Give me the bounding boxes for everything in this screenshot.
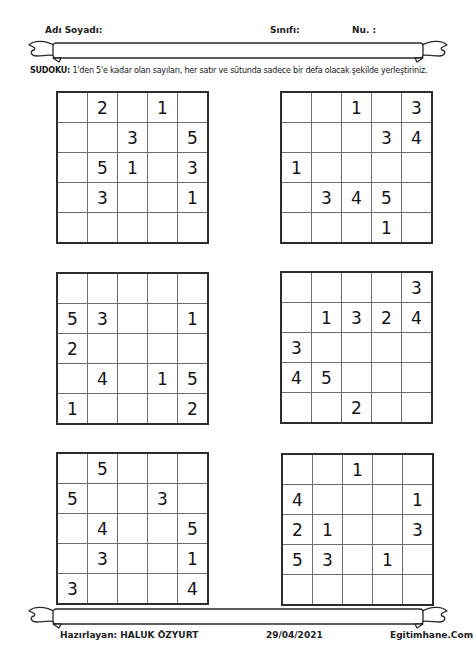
sudoku-cell-r2c2: 3 bbox=[88, 304, 117, 333]
sudoku-cell-r3c1[interactable] bbox=[58, 153, 87, 182]
sudoku-cell-r4c5[interactable] bbox=[402, 363, 431, 392]
sudoku-cell-r2c2[interactable] bbox=[88, 484, 117, 513]
sudoku-cell-r5c3[interactable] bbox=[342, 213, 371, 242]
sudoku-cell-r3c3[interactable] bbox=[342, 153, 371, 182]
sudoku-cell-r4c5[interactable] bbox=[403, 545, 432, 574]
sudoku-cell-r1c2[interactable] bbox=[313, 455, 342, 484]
sudoku-cell-r5c5[interactable] bbox=[403, 575, 432, 604]
sudoku-cell-r5c2[interactable] bbox=[312, 213, 341, 242]
sudoku-cell-r4c1[interactable] bbox=[282, 183, 311, 212]
sudoku-cell-r2c4: 3 bbox=[372, 123, 401, 152]
sudoku-cell-r3c1: 2 bbox=[283, 515, 312, 544]
sudoku-cell-r2c1[interactable] bbox=[282, 123, 311, 152]
sudoku-cell-r3c2[interactable] bbox=[312, 153, 341, 182]
sudoku-cell-r5c5[interactable] bbox=[402, 393, 431, 422]
sudoku-grid-5: 553453134 bbox=[56, 452, 209, 605]
sudoku-cell-r4c1: 4 bbox=[282, 363, 311, 392]
sudoku-cell-r4c4[interactable] bbox=[148, 183, 177, 212]
sudoku-cell-r2c4[interactable] bbox=[148, 123, 177, 152]
sudoku-cell-r1c2: 5 bbox=[88, 454, 117, 483]
sudoku-cell-r4c3[interactable] bbox=[118, 364, 147, 393]
sudoku-cell-r5c2[interactable] bbox=[88, 574, 117, 603]
sudoku-cell-r5c1: 3 bbox=[58, 574, 87, 603]
sudoku-cell-r1c5: 3 bbox=[402, 273, 431, 302]
sudoku-cell-r1c2[interactable] bbox=[312, 273, 341, 302]
sudoku-cell-r5c2[interactable] bbox=[313, 575, 342, 604]
sudoku-cell-r4c3[interactable] bbox=[343, 545, 372, 574]
sudoku-cell-r3c2: 4 bbox=[88, 514, 117, 543]
sudoku-cell-r1c2[interactable] bbox=[312, 93, 341, 122]
sudoku-cell-r1c5[interactable] bbox=[178, 454, 207, 483]
sudoku-cell-r3c3[interactable] bbox=[118, 514, 147, 543]
header-name-label: Adı Soyadı: bbox=[45, 25, 102, 35]
sudoku-cell-r2c2[interactable] bbox=[88, 123, 117, 152]
footer-date: 29/04/2021 bbox=[266, 630, 323, 640]
sudoku-cell-r3c1: 3 bbox=[282, 333, 311, 362]
sudoku-cell-r3c1[interactable] bbox=[58, 514, 87, 543]
sudoku-cell-r2c4: 2 bbox=[372, 303, 401, 332]
sudoku-cell-r1c3[interactable] bbox=[118, 274, 147, 303]
sudoku-cell-r2c1: 5 bbox=[58, 484, 87, 513]
sudoku-cell-r2c2: 1 bbox=[312, 303, 341, 332]
sudoku-cell-r1c3[interactable] bbox=[118, 93, 147, 122]
sudoku-cell-r1c1[interactable] bbox=[282, 273, 311, 302]
sudoku-cell-r1c1[interactable] bbox=[58, 454, 87, 483]
sudoku-cell-r4c5: 1 bbox=[178, 183, 207, 212]
sudoku-cell-r1c1[interactable] bbox=[58, 93, 87, 122]
sudoku-cell-r4c2: 3 bbox=[88, 183, 117, 212]
sudoku-cell-r3c5[interactable] bbox=[402, 153, 431, 182]
sudoku-cell-r3c4[interactable] bbox=[148, 514, 177, 543]
sudoku-cell-r4c1[interactable] bbox=[58, 183, 87, 212]
sudoku-cell-r3c5[interactable] bbox=[178, 334, 207, 363]
sudoku-cell-r2c1[interactable] bbox=[282, 303, 311, 332]
sudoku-cell-r3c5: 3 bbox=[178, 153, 207, 182]
worksheet-page: Adı Soyadı: Sınıfı: Nu. : SUDOKU: 1'den … bbox=[0, 0, 474, 670]
sudoku-cell-r5c4[interactable] bbox=[148, 394, 177, 423]
sudoku-cell-r2c5: 1 bbox=[403, 485, 432, 514]
sudoku-cell-r2c3: 3 bbox=[118, 123, 147, 152]
sudoku-cell-r1c3: 1 bbox=[342, 93, 371, 122]
sudoku-cell-r5c1[interactable] bbox=[282, 393, 311, 422]
sudoku-cell-r3c2[interactable] bbox=[88, 334, 117, 363]
sudoku-cell-r1c4: 1 bbox=[148, 93, 177, 122]
sudoku-cell-r5c1[interactable] bbox=[283, 575, 312, 604]
sudoku-cell-r1c1[interactable] bbox=[283, 455, 312, 484]
sudoku-cell-r5c3[interactable] bbox=[118, 213, 147, 242]
ribbon-icon bbox=[26, 39, 450, 63]
sudoku-cell-r4c3[interactable] bbox=[118, 183, 147, 212]
sudoku-cell-r5c5: 4 bbox=[178, 574, 207, 603]
sudoku-cell-r2c5: 1 bbox=[178, 304, 207, 333]
sudoku-cell-r3c4[interactable] bbox=[148, 153, 177, 182]
sudoku-cell-r4c4: 1 bbox=[148, 364, 177, 393]
sudoku-cell-r5c4[interactable] bbox=[148, 574, 177, 603]
footer-ribbon-banner bbox=[26, 605, 450, 629]
sudoku-cell-r3c5[interactable] bbox=[402, 333, 431, 362]
sudoku-cell-r1c5[interactable] bbox=[178, 274, 207, 303]
sudoku-cell-r1c2[interactable] bbox=[88, 274, 117, 303]
sudoku-cell-r5c3[interactable] bbox=[118, 394, 147, 423]
sudoku-cell-r4c4: 5 bbox=[372, 183, 401, 212]
sudoku-cell-r5c3: 2 bbox=[342, 393, 371, 422]
sudoku-grid-4: 313243452 bbox=[280, 271, 433, 424]
sudoku-cell-r5c4: 1 bbox=[372, 213, 401, 242]
instruction-body: 1'den 5'e kadar olan sayıları, her satır… bbox=[72, 66, 427, 75]
sudoku-cell-r5c1[interactable] bbox=[58, 213, 87, 242]
sudoku-cell-r3c1: 2 bbox=[58, 334, 87, 363]
sudoku-cell-r1c1[interactable] bbox=[282, 93, 311, 122]
sudoku-cell-r3c3[interactable] bbox=[342, 333, 371, 362]
sudoku-cell-r5c2[interactable] bbox=[88, 394, 117, 423]
sudoku-cell-r3c4[interactable] bbox=[372, 153, 401, 182]
sudoku-cell-r3c2: 1 bbox=[313, 515, 342, 544]
sudoku-cell-r2c3: 3 bbox=[342, 303, 371, 332]
sudoku-cell-r5c5: 2 bbox=[178, 394, 207, 423]
sudoku-cell-r1c4[interactable] bbox=[148, 274, 177, 303]
sudoku-cell-r4c5: 5 bbox=[178, 364, 207, 393]
sudoku-cell-r1c4[interactable] bbox=[372, 93, 401, 122]
sudoku-cell-r3c3[interactable] bbox=[343, 515, 372, 544]
sudoku-cell-r5c1[interactable] bbox=[282, 213, 311, 242]
sudoku-cell-r5c4[interactable] bbox=[148, 213, 177, 242]
sudoku-cell-r3c5: 3 bbox=[403, 515, 432, 544]
header-class-label: Sınıfı: bbox=[270, 25, 300, 35]
sudoku-cell-r5c3[interactable] bbox=[118, 574, 147, 603]
sudoku-cell-r4c2: 5 bbox=[312, 363, 341, 392]
sudoku-cell-r4c3[interactable] bbox=[342, 363, 371, 392]
sudoku-cell-r2c4[interactable] bbox=[148, 304, 177, 333]
sudoku-cell-r4c2: 3 bbox=[88, 544, 117, 573]
sudoku-cell-r1c3[interactable] bbox=[342, 273, 371, 302]
sudoku-cell-r4c3[interactable] bbox=[118, 544, 147, 573]
sudoku-cell-r3c4[interactable] bbox=[373, 515, 402, 544]
sudoku-cell-r5c3[interactable] bbox=[343, 575, 372, 604]
sudoku-cell-r2c5[interactable] bbox=[178, 484, 207, 513]
sudoku-cell-r4c1[interactable] bbox=[58, 364, 87, 393]
sudoku-cell-r1c2: 2 bbox=[88, 93, 117, 122]
header-number-label: Nu. : bbox=[352, 25, 376, 35]
sudoku-cell-r4c5[interactable] bbox=[402, 183, 431, 212]
sudoku-cell-r2c3[interactable] bbox=[342, 123, 371, 152]
sudoku-cell-r4c2: 3 bbox=[312, 183, 341, 212]
sudoku-cell-r2c4: 3 bbox=[148, 484, 177, 513]
sudoku-cell-r2c5: 4 bbox=[402, 123, 431, 152]
sudoku-cell-r4c1: 5 bbox=[283, 545, 312, 574]
footer-prepared-by: Hazırlayan: HALUK ÖZYURT bbox=[60, 630, 198, 640]
sudoku-cell-r5c1: 1 bbox=[58, 394, 87, 423]
sudoku-cell-r2c2[interactable] bbox=[312, 123, 341, 152]
sudoku-cell-r2c2[interactable] bbox=[313, 485, 342, 514]
sudoku-cell-r1c3[interactable] bbox=[118, 454, 147, 483]
sudoku-cell-r2c5: 5 bbox=[178, 123, 207, 152]
sudoku-cell-r5c2[interactable] bbox=[312, 393, 341, 422]
sudoku-cell-r4c5: 1 bbox=[178, 544, 207, 573]
sudoku-cell-r3c1: 1 bbox=[282, 153, 311, 182]
sudoku-cell-r2c3[interactable] bbox=[343, 485, 372, 514]
sudoku-cell-r3c4[interactable] bbox=[372, 333, 401, 362]
sudoku-cell-r3c3[interactable] bbox=[118, 334, 147, 363]
sudoku-cell-r5c5[interactable] bbox=[402, 213, 431, 242]
sudoku-cell-r3c4[interactable] bbox=[148, 334, 177, 363]
ribbon-icon bbox=[26, 605, 450, 629]
sudoku-cell-r5c4[interactable] bbox=[372, 393, 401, 422]
sudoku-cell-r2c3[interactable] bbox=[118, 304, 147, 333]
sudoku-cell-r2c3[interactable] bbox=[118, 484, 147, 513]
sudoku-cell-r1c4[interactable] bbox=[372, 273, 401, 302]
sudoku-cell-r1c5[interactable] bbox=[178, 93, 207, 122]
sudoku-cell-r4c2: 3 bbox=[313, 545, 342, 574]
sudoku-grid-3: 531241512 bbox=[56, 272, 209, 425]
sudoku-grid-2: 133413451 bbox=[280, 91, 433, 244]
sudoku-cell-r5c4[interactable] bbox=[373, 575, 402, 604]
sudoku-cell-r3c5: 5 bbox=[178, 514, 207, 543]
instruction-title: SUDOKU: bbox=[30, 66, 70, 75]
sudoku-cell-r1c3: 1 bbox=[343, 455, 372, 484]
sudoku-cell-r2c1: 4 bbox=[283, 485, 312, 514]
sudoku-cell-r2c1[interactable] bbox=[58, 123, 87, 152]
sudoku-cell-r2c5: 4 bbox=[402, 303, 431, 332]
sudoku-grid-1: 213551331 bbox=[56, 91, 209, 244]
sudoku-cell-r2c1: 5 bbox=[58, 304, 87, 333]
sudoku-grid-6: 141213531 bbox=[281, 453, 434, 606]
sudoku-cell-r4c1[interactable] bbox=[58, 544, 87, 573]
sudoku-cell-r5c2[interactable] bbox=[88, 213, 117, 242]
sudoku-cell-r2c4[interactable] bbox=[373, 485, 402, 514]
sudoku-cell-r1c5[interactable] bbox=[403, 455, 432, 484]
header-ribbon-banner bbox=[26, 39, 450, 63]
sudoku-cell-r4c4: 1 bbox=[373, 545, 402, 574]
instruction-text: SUDOKU: 1'den 5'e kadar olan sayıları, h… bbox=[30, 66, 474, 75]
sudoku-cell-r3c3: 1 bbox=[118, 153, 147, 182]
sudoku-cell-r5c5[interactable] bbox=[178, 213, 207, 242]
sudoku-cell-r1c1[interactable] bbox=[58, 274, 87, 303]
sudoku-cell-r4c3: 4 bbox=[342, 183, 371, 212]
sudoku-cell-r4c2: 4 bbox=[88, 364, 117, 393]
sudoku-cell-r4c4[interactable] bbox=[372, 363, 401, 392]
sudoku-cell-r3c2[interactable] bbox=[312, 333, 341, 362]
sudoku-cell-r1c4[interactable] bbox=[373, 455, 402, 484]
sudoku-cell-r4c4[interactable] bbox=[148, 544, 177, 573]
sudoku-cell-r3c2: 5 bbox=[88, 153, 117, 182]
sudoku-cell-r1c4[interactable] bbox=[148, 454, 177, 483]
footer-site-credit: Egitimhane.Com bbox=[390, 630, 473, 640]
sudoku-cell-r1c5: 3 bbox=[402, 93, 431, 122]
